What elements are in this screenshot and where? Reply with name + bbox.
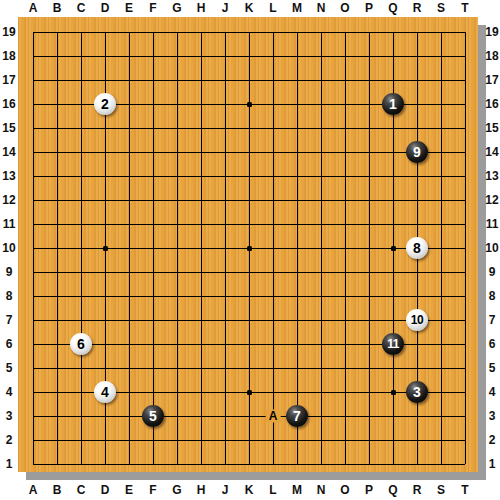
intersection-S12[interactable] [429, 188, 453, 212]
intersection-N13[interactable] [309, 164, 333, 188]
intersection-H9[interactable] [189, 260, 213, 284]
intersection-Q17[interactable] [381, 68, 405, 92]
intersection-S18[interactable] [429, 44, 453, 68]
intersection-K14[interactable] [237, 140, 261, 164]
intersection-P4[interactable] [357, 380, 381, 404]
intersection-B5[interactable] [45, 356, 69, 380]
intersection-M17[interactable] [285, 68, 309, 92]
intersection-M6[interactable] [285, 332, 309, 356]
intersection-N4[interactable] [309, 380, 333, 404]
intersection-Q6[interactable]: 11 [381, 332, 405, 356]
intersection-Q7[interactable] [381, 308, 405, 332]
intersection-H16[interactable] [189, 92, 213, 116]
intersection-M3[interactable]: 7 [285, 404, 309, 428]
intersection-F13[interactable] [141, 164, 165, 188]
intersection-D9[interactable] [93, 260, 117, 284]
intersection-T9[interactable] [453, 260, 477, 284]
intersection-N11[interactable] [309, 212, 333, 236]
intersection-C13[interactable] [69, 164, 93, 188]
intersection-H10[interactable] [189, 236, 213, 260]
intersection-B19[interactable] [45, 20, 69, 44]
intersection-E10[interactable] [117, 236, 141, 260]
intersection-L13[interactable] [261, 164, 285, 188]
intersection-E6[interactable] [117, 332, 141, 356]
intersection-P14[interactable] [357, 140, 381, 164]
intersection-R12[interactable] [405, 188, 429, 212]
intersection-O2[interactable] [333, 428, 357, 452]
intersection-F4[interactable] [141, 380, 165, 404]
intersection-N6[interactable] [309, 332, 333, 356]
intersection-R7[interactable]: 10 [405, 308, 429, 332]
intersection-J3[interactable] [213, 404, 237, 428]
intersection-C11[interactable] [69, 212, 93, 236]
intersection-S8[interactable] [429, 284, 453, 308]
intersection-A6[interactable] [21, 332, 45, 356]
intersection-H13[interactable] [189, 164, 213, 188]
intersection-P2[interactable] [357, 428, 381, 452]
intersection-Q16[interactable]: 1 [381, 92, 405, 116]
intersection-T1[interactable] [453, 452, 477, 476]
intersection-T17[interactable] [453, 68, 477, 92]
intersection-G10[interactable] [165, 236, 189, 260]
intersection-Q11[interactable] [381, 212, 405, 236]
intersection-E2[interactable] [117, 428, 141, 452]
intersection-E17[interactable] [117, 68, 141, 92]
intersection-T5[interactable] [453, 356, 477, 380]
intersection-A5[interactable] [21, 356, 45, 380]
intersection-D19[interactable] [93, 20, 117, 44]
intersection-J8[interactable] [213, 284, 237, 308]
intersection-M7[interactable] [285, 308, 309, 332]
intersection-T4[interactable] [453, 380, 477, 404]
intersection-S13[interactable] [429, 164, 453, 188]
intersection-B11[interactable] [45, 212, 69, 236]
intersection-O3[interactable] [333, 404, 357, 428]
intersection-K9[interactable] [237, 260, 261, 284]
intersection-F12[interactable] [141, 188, 165, 212]
intersection-C1[interactable] [69, 452, 93, 476]
intersection-G6[interactable] [165, 332, 189, 356]
intersection-O15[interactable] [333, 116, 357, 140]
intersection-L12[interactable] [261, 188, 285, 212]
intersection-E7[interactable] [117, 308, 141, 332]
intersection-B7[interactable] [45, 308, 69, 332]
intersection-T3[interactable] [453, 404, 477, 428]
intersection-T2[interactable] [453, 428, 477, 452]
intersection-H4[interactable] [189, 380, 213, 404]
intersection-A14[interactable] [21, 140, 45, 164]
intersection-B10[interactable] [45, 236, 69, 260]
intersection-M10[interactable] [285, 236, 309, 260]
intersection-K12[interactable] [237, 188, 261, 212]
intersection-K7[interactable] [237, 308, 261, 332]
intersection-E9[interactable] [117, 260, 141, 284]
intersection-S2[interactable] [429, 428, 453, 452]
intersection-C15[interactable] [69, 116, 93, 140]
intersection-L8[interactable] [261, 284, 285, 308]
intersection-S5[interactable] [429, 356, 453, 380]
intersection-A8[interactable] [21, 284, 45, 308]
intersection-C8[interactable] [69, 284, 93, 308]
intersection-B14[interactable] [45, 140, 69, 164]
intersection-T6[interactable] [453, 332, 477, 356]
intersection-T10[interactable] [453, 236, 477, 260]
intersection-Q10[interactable] [381, 236, 405, 260]
intersection-B17[interactable] [45, 68, 69, 92]
intersection-S16[interactable] [429, 92, 453, 116]
intersection-D15[interactable] [93, 116, 117, 140]
intersection-O19[interactable] [333, 20, 357, 44]
intersection-Q8[interactable] [381, 284, 405, 308]
intersection-L6[interactable] [261, 332, 285, 356]
intersection-R13[interactable] [405, 164, 429, 188]
intersection-A10[interactable] [21, 236, 45, 260]
intersection-L17[interactable] [261, 68, 285, 92]
intersection-P13[interactable] [357, 164, 381, 188]
intersection-T16[interactable] [453, 92, 477, 116]
intersection-C18[interactable] [69, 44, 93, 68]
intersection-Q18[interactable] [381, 44, 405, 68]
intersection-T15[interactable] [453, 116, 477, 140]
intersection-Q12[interactable] [381, 188, 405, 212]
intersection-P6[interactable] [357, 332, 381, 356]
intersection-S3[interactable] [429, 404, 453, 428]
intersection-Q5[interactable] [381, 356, 405, 380]
intersection-J6[interactable] [213, 332, 237, 356]
intersection-S17[interactable] [429, 68, 453, 92]
intersection-D11[interactable] [93, 212, 117, 236]
intersection-K17[interactable] [237, 68, 261, 92]
intersection-N16[interactable] [309, 92, 333, 116]
intersection-A12[interactable] [21, 188, 45, 212]
intersection-E3[interactable] [117, 404, 141, 428]
intersection-M1[interactable] [285, 452, 309, 476]
intersection-G16[interactable] [165, 92, 189, 116]
intersection-H2[interactable] [189, 428, 213, 452]
intersection-R15[interactable] [405, 116, 429, 140]
intersection-R11[interactable] [405, 212, 429, 236]
intersection-G11[interactable] [165, 212, 189, 236]
intersection-B3[interactable] [45, 404, 69, 428]
intersection-Q14[interactable] [381, 140, 405, 164]
intersection-M13[interactable] [285, 164, 309, 188]
intersection-K11[interactable] [237, 212, 261, 236]
intersection-A2[interactable] [21, 428, 45, 452]
intersection-H1[interactable] [189, 452, 213, 476]
intersection-C19[interactable] [69, 20, 93, 44]
intersection-M9[interactable] [285, 260, 309, 284]
intersection-R16[interactable] [405, 92, 429, 116]
intersection-O9[interactable] [333, 260, 357, 284]
intersection-C4[interactable] [69, 380, 93, 404]
intersection-F15[interactable] [141, 116, 165, 140]
intersection-D13[interactable] [93, 164, 117, 188]
intersection-C3[interactable] [69, 404, 93, 428]
intersection-O16[interactable] [333, 92, 357, 116]
intersection-L1[interactable] [261, 452, 285, 476]
intersection-A13[interactable] [21, 164, 45, 188]
intersection-M11[interactable] [285, 212, 309, 236]
intersection-E19[interactable] [117, 20, 141, 44]
intersection-S1[interactable] [429, 452, 453, 476]
intersection-N14[interactable] [309, 140, 333, 164]
intersection-D2[interactable] [93, 428, 117, 452]
intersection-O10[interactable] [333, 236, 357, 260]
intersection-S6[interactable] [429, 332, 453, 356]
intersection-S19[interactable] [429, 20, 453, 44]
intersection-A9[interactable] [21, 260, 45, 284]
intersection-H14[interactable] [189, 140, 213, 164]
intersection-F3[interactable]: 5 [141, 404, 165, 428]
intersection-K3[interactable] [237, 404, 261, 428]
intersection-K8[interactable] [237, 284, 261, 308]
intersection-T7[interactable] [453, 308, 477, 332]
intersection-L3[interactable]: A [261, 404, 285, 428]
intersection-J15[interactable] [213, 116, 237, 140]
intersection-M8[interactable] [285, 284, 309, 308]
intersection-G18[interactable] [165, 44, 189, 68]
intersection-K15[interactable] [237, 116, 261, 140]
intersection-E12[interactable] [117, 188, 141, 212]
intersection-T12[interactable] [453, 188, 477, 212]
intersection-N10[interactable] [309, 236, 333, 260]
intersection-Q19[interactable] [381, 20, 405, 44]
intersection-P11[interactable] [357, 212, 381, 236]
intersection-F2[interactable] [141, 428, 165, 452]
intersection-H5[interactable] [189, 356, 213, 380]
intersection-E1[interactable] [117, 452, 141, 476]
intersection-C17[interactable] [69, 68, 93, 92]
intersection-N18[interactable] [309, 44, 333, 68]
intersection-M15[interactable] [285, 116, 309, 140]
intersection-N5[interactable] [309, 356, 333, 380]
intersection-L15[interactable] [261, 116, 285, 140]
intersection-L19[interactable] [261, 20, 285, 44]
intersection-R2[interactable] [405, 428, 429, 452]
intersection-E8[interactable] [117, 284, 141, 308]
intersection-Q13[interactable] [381, 164, 405, 188]
intersection-A16[interactable] [21, 92, 45, 116]
intersection-R4[interactable]: 3 [405, 380, 429, 404]
intersection-H18[interactable] [189, 44, 213, 68]
intersection-L18[interactable] [261, 44, 285, 68]
intersection-P10[interactable] [357, 236, 381, 260]
intersection-F8[interactable] [141, 284, 165, 308]
intersection-B16[interactable] [45, 92, 69, 116]
intersection-H11[interactable] [189, 212, 213, 236]
intersection-R9[interactable] [405, 260, 429, 284]
intersection-K1[interactable] [237, 452, 261, 476]
intersection-F17[interactable] [141, 68, 165, 92]
intersection-O7[interactable] [333, 308, 357, 332]
intersection-M19[interactable] [285, 20, 309, 44]
intersection-H12[interactable] [189, 188, 213, 212]
intersection-F18[interactable] [141, 44, 165, 68]
intersection-B12[interactable] [45, 188, 69, 212]
intersection-F1[interactable] [141, 452, 165, 476]
intersection-M16[interactable] [285, 92, 309, 116]
intersection-B4[interactable] [45, 380, 69, 404]
intersection-L16[interactable] [261, 92, 285, 116]
intersection-F11[interactable] [141, 212, 165, 236]
intersection-C5[interactable] [69, 356, 93, 380]
intersection-C9[interactable] [69, 260, 93, 284]
intersection-A11[interactable] [21, 212, 45, 236]
intersection-N17[interactable] [309, 68, 333, 92]
intersection-J2[interactable] [213, 428, 237, 452]
intersection-K5[interactable] [237, 356, 261, 380]
intersection-P17[interactable] [357, 68, 381, 92]
intersection-R5[interactable] [405, 356, 429, 380]
intersection-G13[interactable] [165, 164, 189, 188]
intersection-R3[interactable] [405, 404, 429, 428]
intersection-J18[interactable] [213, 44, 237, 68]
intersection-E16[interactable] [117, 92, 141, 116]
intersection-M5[interactable] [285, 356, 309, 380]
intersection-K13[interactable] [237, 164, 261, 188]
intersection-S9[interactable] [429, 260, 453, 284]
intersection-E13[interactable] [117, 164, 141, 188]
intersection-N2[interactable] [309, 428, 333, 452]
intersection-N15[interactable] [309, 116, 333, 140]
intersection-R6[interactable] [405, 332, 429, 356]
intersection-G12[interactable] [165, 188, 189, 212]
intersection-C16[interactable] [69, 92, 93, 116]
intersection-N1[interactable] [309, 452, 333, 476]
intersection-D18[interactable] [93, 44, 117, 68]
intersection-J12[interactable] [213, 188, 237, 212]
intersection-P18[interactable] [357, 44, 381, 68]
intersection-G4[interactable] [165, 380, 189, 404]
intersection-D7[interactable] [93, 308, 117, 332]
intersection-A15[interactable] [21, 116, 45, 140]
intersection-H19[interactable] [189, 20, 213, 44]
intersection-N12[interactable] [309, 188, 333, 212]
intersection-H8[interactable] [189, 284, 213, 308]
intersection-L4[interactable] [261, 380, 285, 404]
intersection-S11[interactable] [429, 212, 453, 236]
intersection-C6[interactable]: 6 [69, 332, 93, 356]
intersection-J1[interactable] [213, 452, 237, 476]
intersection-P1[interactable] [357, 452, 381, 476]
intersection-C14[interactable] [69, 140, 93, 164]
intersection-N8[interactable] [309, 284, 333, 308]
intersection-C2[interactable] [69, 428, 93, 452]
intersection-R18[interactable] [405, 44, 429, 68]
intersection-G7[interactable] [165, 308, 189, 332]
intersection-P9[interactable] [357, 260, 381, 284]
intersection-K16[interactable] [237, 92, 261, 116]
intersection-B18[interactable] [45, 44, 69, 68]
intersection-S7[interactable] [429, 308, 453, 332]
intersection-T11[interactable] [453, 212, 477, 236]
intersection-J10[interactable] [213, 236, 237, 260]
intersection-B2[interactable] [45, 428, 69, 452]
intersection-P12[interactable] [357, 188, 381, 212]
intersection-R17[interactable] [405, 68, 429, 92]
intersection-E5[interactable] [117, 356, 141, 380]
intersection-P7[interactable] [357, 308, 381, 332]
intersection-F16[interactable] [141, 92, 165, 116]
intersection-C7[interactable] [69, 308, 93, 332]
intersection-D3[interactable] [93, 404, 117, 428]
intersection-D4[interactable]: 4 [93, 380, 117, 404]
intersection-T14[interactable] [453, 140, 477, 164]
intersection-G17[interactable] [165, 68, 189, 92]
intersection-F10[interactable] [141, 236, 165, 260]
intersection-D14[interactable] [93, 140, 117, 164]
intersection-G3[interactable] [165, 404, 189, 428]
intersection-R1[interactable] [405, 452, 429, 476]
intersection-J19[interactable] [213, 20, 237, 44]
intersection-D1[interactable] [93, 452, 117, 476]
intersection-H7[interactable] [189, 308, 213, 332]
intersection-A18[interactable] [21, 44, 45, 68]
intersection-O11[interactable] [333, 212, 357, 236]
intersection-N3[interactable] [309, 404, 333, 428]
intersection-C10[interactable] [69, 236, 93, 260]
intersection-L5[interactable] [261, 356, 285, 380]
intersection-F14[interactable] [141, 140, 165, 164]
intersection-O5[interactable] [333, 356, 357, 380]
intersection-S4[interactable] [429, 380, 453, 404]
intersection-Q4[interactable] [381, 380, 405, 404]
intersection-F7[interactable] [141, 308, 165, 332]
intersection-R8[interactable] [405, 284, 429, 308]
intersection-S14[interactable] [429, 140, 453, 164]
intersection-Q1[interactable] [381, 452, 405, 476]
intersection-J5[interactable] [213, 356, 237, 380]
intersection-F9[interactable] [141, 260, 165, 284]
intersection-R19[interactable] [405, 20, 429, 44]
intersection-F6[interactable] [141, 332, 165, 356]
intersection-B13[interactable] [45, 164, 69, 188]
intersection-G15[interactable] [165, 116, 189, 140]
intersection-O4[interactable] [333, 380, 357, 404]
intersection-F5[interactable] [141, 356, 165, 380]
intersection-D6[interactable] [93, 332, 117, 356]
intersection-E14[interactable] [117, 140, 141, 164]
intersection-D16[interactable]: 2 [93, 92, 117, 116]
intersection-P3[interactable] [357, 404, 381, 428]
intersection-H3[interactable] [189, 404, 213, 428]
intersection-E15[interactable] [117, 116, 141, 140]
intersection-G14[interactable] [165, 140, 189, 164]
intersection-L9[interactable] [261, 260, 285, 284]
intersection-S15[interactable] [429, 116, 453, 140]
intersection-K2[interactable] [237, 428, 261, 452]
intersection-J11[interactable] [213, 212, 237, 236]
intersection-M4[interactable] [285, 380, 309, 404]
intersection-H6[interactable] [189, 332, 213, 356]
intersection-D12[interactable] [93, 188, 117, 212]
intersection-K4[interactable] [237, 380, 261, 404]
intersection-B8[interactable] [45, 284, 69, 308]
intersection-B15[interactable] [45, 116, 69, 140]
intersection-R14[interactable]: 9 [405, 140, 429, 164]
intersection-D10[interactable] [93, 236, 117, 260]
intersection-J14[interactable] [213, 140, 237, 164]
intersection-A7[interactable] [21, 308, 45, 332]
intersection-A19[interactable] [21, 20, 45, 44]
intersection-K10[interactable] [237, 236, 261, 260]
intersection-L10[interactable] [261, 236, 285, 260]
intersection-L11[interactable] [261, 212, 285, 236]
intersection-T8[interactable] [453, 284, 477, 308]
intersection-S10[interactable] [429, 236, 453, 260]
intersection-T18[interactable] [453, 44, 477, 68]
intersection-K19[interactable] [237, 20, 261, 44]
